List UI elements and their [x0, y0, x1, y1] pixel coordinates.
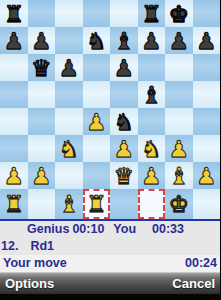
- cancel-softkey[interactable]: Cancel: [172, 276, 215, 291]
- square-g8[interactable]: ♚: [165, 0, 193, 27]
- square-e8[interactable]: [110, 0, 138, 27]
- square-f5[interactable]: ♝: [138, 81, 166, 108]
- square-f1[interactable]: [138, 189, 166, 219]
- square-c7[interactable]: [55, 27, 83, 54]
- chess-board: ♜♜♚♟♟♞♝♟♟♟♛♟♟♝♟♞♞♟♞♟♟♟♛♟♝♟♜♝♜♚: [0, 0, 220, 219]
- square-d8[interactable]: [83, 0, 111, 27]
- square-h1[interactable]: [193, 189, 221, 219]
- you-label: You: [113, 222, 136, 236]
- softkey-bar: Options Cancel: [0, 272, 220, 294]
- square-d7[interactable]: ♞: [83, 27, 111, 54]
- square-a6[interactable]: [0, 54, 28, 81]
- white-pawn-f2: ♟: [141, 163, 162, 189]
- square-c2[interactable]: [55, 162, 83, 189]
- square-e1[interactable]: [110, 189, 138, 219]
- white-queen-e2: ♛: [113, 163, 134, 189]
- square-g1[interactable]: ♚: [165, 189, 193, 219]
- options-softkey[interactable]: Options: [5, 276, 54, 291]
- white-knight-c3: ♞: [58, 136, 79, 162]
- square-d5[interactable]: [83, 81, 111, 108]
- black-pawn-h7: ♟: [196, 28, 217, 54]
- square-a1[interactable]: ♜: [0, 189, 28, 219]
- turn-prompt: Your move: [3, 255, 67, 272]
- bottom-bar: [0, 294, 220, 300]
- white-king-g1: ♚: [168, 191, 189, 217]
- move-san: Rd1: [30, 239, 54, 253]
- black-bishop-e7: ♝: [113, 28, 134, 54]
- square-h2[interactable]: ♟: [193, 162, 221, 189]
- status-panel: Genius00:10You00:33 12.Rd1 Your move 00:…: [0, 221, 220, 272]
- black-pawn-a7: ♟: [3, 28, 24, 54]
- black-pawn-e6: ♟: [113, 55, 134, 81]
- last-move-row: 12.Rd1: [0, 238, 220, 255]
- black-rook-f8: ♜: [141, 1, 162, 27]
- square-f2[interactable]: ♟: [138, 162, 166, 189]
- square-b1[interactable]: [28, 189, 56, 219]
- white-pawn-a2: ♟: [3, 163, 24, 189]
- white-pawn-g3: ♟: [168, 136, 189, 162]
- square-c5[interactable]: [55, 81, 83, 108]
- square-h3[interactable]: [193, 135, 221, 162]
- black-king-g8: ♚: [168, 1, 189, 27]
- square-f7[interactable]: ♟: [138, 27, 166, 54]
- square-b6[interactable]: ♛: [28, 54, 56, 81]
- square-e2[interactable]: ♛: [110, 162, 138, 189]
- white-knight-f3: ♞: [141, 136, 162, 162]
- square-d2[interactable]: [83, 162, 111, 189]
- square-f4[interactable]: [138, 108, 166, 135]
- white-rook-d1: ♜: [86, 191, 107, 217]
- square-d3[interactable]: [83, 135, 111, 162]
- square-h6[interactable]: [193, 54, 221, 81]
- square-b8[interactable]: [28, 0, 56, 27]
- engine-clock: 00:10: [72, 222, 104, 236]
- white-pawn-h2: ♟: [196, 163, 217, 189]
- white-bishop-c1: ♝: [58, 191, 79, 217]
- square-c8[interactable]: [55, 0, 83, 27]
- black-pawn-f7: ♟: [141, 28, 162, 54]
- square-c6[interactable]: ♟: [55, 54, 83, 81]
- square-f3[interactable]: ♞: [138, 135, 166, 162]
- square-a8[interactable]: ♜: [0, 0, 28, 27]
- square-d4[interactable]: ♟: [83, 108, 111, 135]
- square-b7[interactable]: ♟: [28, 27, 56, 54]
- square-e6[interactable]: ♟: [110, 54, 138, 81]
- move-countdown: 00:24: [185, 255, 217, 272]
- black-pawn-g7: ♟: [168, 28, 189, 54]
- black-pawn-c6: ♟: [58, 55, 79, 81]
- black-knight-e4: ♞: [113, 109, 134, 135]
- square-g5[interactable]: [165, 81, 193, 108]
- square-e7[interactable]: ♝: [110, 27, 138, 54]
- white-pawn-b2: ♟: [31, 163, 52, 189]
- move-number: 12.: [1, 239, 18, 253]
- clock-row: Genius00:10You00:33: [0, 221, 220, 238]
- square-c4[interactable]: [55, 108, 83, 135]
- square-d6[interactable]: [83, 54, 111, 81]
- square-h7[interactable]: ♟: [193, 27, 221, 54]
- square-a5[interactable]: [0, 81, 28, 108]
- square-d1[interactable]: ♜: [83, 189, 111, 219]
- square-g4[interactable]: [165, 108, 193, 135]
- black-bishop-f5: ♝: [141, 82, 162, 108]
- square-a4[interactable]: [0, 108, 28, 135]
- square-g3[interactable]: ♟: [165, 135, 193, 162]
- square-b4[interactable]: [28, 108, 56, 135]
- square-c1[interactable]: ♝: [55, 189, 83, 219]
- square-f8[interactable]: ♜: [138, 0, 166, 27]
- white-bishop-g2: ♝: [168, 163, 189, 189]
- square-b2[interactable]: ♟: [28, 162, 56, 189]
- square-h8[interactable]: [193, 0, 221, 27]
- black-knight-d7: ♞: [86, 28, 107, 54]
- square-h5[interactable]: [193, 81, 221, 108]
- square-a3[interactable]: [0, 135, 28, 162]
- turn-prompt-row: Your move 00:24: [0, 255, 220, 272]
- square-e5[interactable]: [110, 81, 138, 108]
- square-h4[interactable]: [193, 108, 221, 135]
- square-e3[interactable]: ♟: [110, 135, 138, 162]
- chessgenius-screen: ♜♜♚♟♟♞♝♟♟♟♛♟♟♝♟♞♞♟♞♟♟♟♛♟♝♟♜♝♜♚ Genius00:…: [0, 0, 220, 300]
- black-rook-a8: ♜: [3, 1, 24, 27]
- white-pawn-e3: ♟: [113, 136, 134, 162]
- white-pawn-d4: ♟: [86, 109, 107, 135]
- engine-name-label: Genius: [27, 222, 69, 236]
- white-rook-a1: ♜: [3, 191, 24, 217]
- square-e4[interactable]: ♞: [110, 108, 138, 135]
- square-f6[interactable]: [138, 54, 166, 81]
- square-a2[interactable]: ♟: [0, 162, 28, 189]
- square-g6[interactable]: [165, 54, 193, 81]
- square-a7[interactable]: ♟: [0, 27, 28, 54]
- square-c3[interactable]: ♞: [55, 135, 83, 162]
- you-clock: 00:33: [152, 222, 184, 236]
- square-b5[interactable]: [28, 81, 56, 108]
- square-b3[interactable]: [28, 135, 56, 162]
- black-pawn-b7: ♟: [31, 28, 52, 54]
- square-g7[interactable]: ♟: [165, 27, 193, 54]
- square-g2[interactable]: ♝: [165, 162, 193, 189]
- black-queen-b6: ♛: [31, 55, 52, 81]
